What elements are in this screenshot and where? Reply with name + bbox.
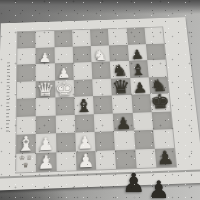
square-h7 — [146, 43, 166, 60]
square-f8 — [108, 28, 127, 45]
square-d5 — [73, 79, 93, 97]
square-a6 — [17, 64, 36, 82]
square-g5: ♟ — [130, 77, 150, 95]
square-f1 — [115, 149, 136, 169]
square-a4 — [17, 98, 36, 116]
square-b2: ♟ — [36, 133, 56, 152]
square-b7: ♟ — [36, 47, 55, 64]
square-h8 — [144, 27, 164, 44]
square-e2 — [95, 131, 116, 150]
square-f7 — [109, 44, 128, 61]
captured-black-pawn: ♟ — [122, 170, 145, 196]
square-c7 — [54, 46, 73, 63]
square-d7 — [72, 46, 91, 63]
chess-photo: ♟♞♟♟♞♝♛♚♛♟♞♝♚♟♝♟♟♔♕♛♟♟♟ ♟♟ — [0, 0, 200, 200]
board-edge-printing — [6, 62, 10, 134]
square-c8 — [54, 30, 73, 47]
black-pawn: ♟ — [132, 81, 147, 96]
square-e7: ♞ — [91, 45, 110, 62]
square-d1: ♟ — [76, 151, 97, 171]
square-b1: ♟ — [36, 152, 56, 172]
black-pawn: ♟ — [115, 115, 132, 132]
black-king: ♚ — [150, 92, 171, 112]
square-c1 — [56, 151, 76, 171]
square-h6 — [147, 60, 167, 77]
square-c5: ♚ — [55, 80, 74, 98]
square-d8 — [72, 30, 91, 47]
square-g1 — [135, 148, 156, 168]
square-b8 — [36, 31, 54, 48]
square-e3 — [94, 113, 114, 132]
square-h3 — [151, 111, 172, 130]
square-a2: ♝ — [16, 134, 36, 153]
white-pawn: ♟ — [77, 134, 94, 152]
square-c3 — [55, 114, 75, 133]
square-e8 — [90, 29, 109, 46]
square-d4: ♝ — [74, 96, 94, 114]
square-c2 — [56, 133, 76, 152]
square-g6: ♝ — [129, 60, 149, 77]
white-pawn: ♟ — [39, 52, 52, 65]
square-b5: ♛ — [36, 80, 55, 98]
black-bishop: ♝ — [75, 97, 93, 115]
white-pawn: ♟ — [37, 154, 55, 173]
square-b3 — [36, 115, 56, 134]
square-a5 — [17, 81, 36, 99]
square-f5: ♛ — [111, 78, 131, 96]
square-h4: ♚ — [150, 93, 171, 111]
white-pawn: ♟ — [77, 152, 95, 171]
square-f2 — [114, 131, 135, 150]
white-pawn: ♟ — [38, 136, 55, 154]
square-g2 — [134, 130, 155, 149]
square-d6 — [73, 62, 92, 79]
square-h2 — [153, 129, 174, 148]
board-grid: ♟♞♟♟♞♝♛♚♛♟♞♝♚♟♝♟♟♔♕♛♟♟♟ — [16, 27, 176, 172]
square-a7 — [17, 48, 36, 65]
square-g7: ♟ — [127, 44, 147, 61]
white-bishop: ♝ — [16, 133, 35, 154]
white-knight: ♞ — [93, 48, 109, 63]
square-g8 — [126, 28, 145, 45]
square-f3: ♟ — [113, 112, 134, 131]
black-pawn: ♟ — [131, 49, 145, 62]
white-queen: ♛ — [36, 80, 55, 99]
white-king: ♚ — [55, 79, 74, 98]
square-e1 — [95, 150, 116, 170]
square-h1: ♟ — [155, 148, 177, 168]
chess-board: ♟♞♟♟♞♝♛♚♛♟♞♝♚♟♝♟♟♔♕♛♟♟♟ — [0, 17, 200, 190]
square-d3 — [75, 114, 95, 133]
black-queen: ♛ — [111, 77, 131, 96]
square-a8 — [17, 31, 35, 48]
square-e5 — [92, 78, 112, 96]
captured-black-pawn: ♟ — [148, 178, 170, 200]
square-g4 — [131, 94, 151, 112]
square-d2: ♟ — [75, 132, 95, 151]
square-e6 — [92, 61, 112, 78]
black-pawn: ♟ — [156, 149, 175, 168]
square-g3 — [132, 112, 153, 131]
square-e4 — [93, 95, 113, 113]
black-bishop: ♝ — [130, 62, 147, 78]
